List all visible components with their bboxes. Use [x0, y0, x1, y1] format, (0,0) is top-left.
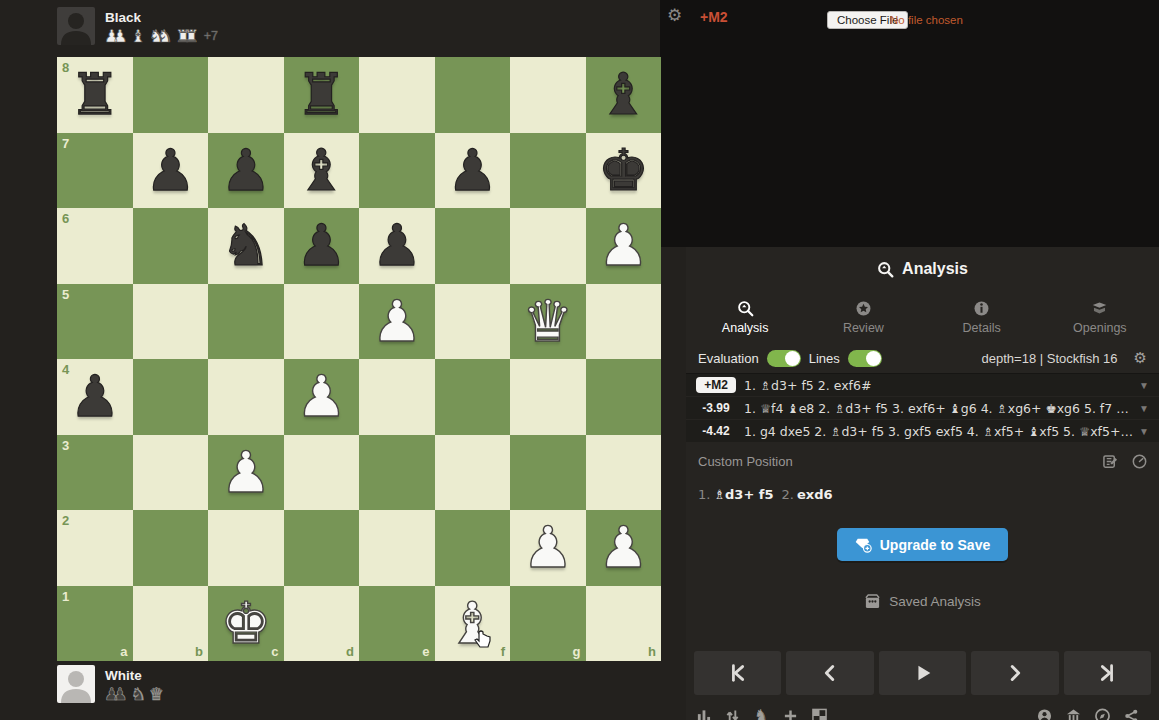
square-c6[interactable]: ♞ [208, 208, 284, 284]
go-to-end-button[interactable] [1064, 651, 1151, 695]
diamond-plus-icon [855, 536, 872, 553]
square-d8[interactable]: ♜ [284, 57, 360, 133]
square-h6[interactable]: ♟ [586, 208, 662, 284]
square-g1[interactable]: g [510, 586, 586, 662]
black-rook[interactable]: ♜ [296, 66, 347, 123]
file-label: b [195, 644, 203, 659]
square-c4[interactable] [208, 359, 284, 435]
reset-clock-icon[interactable] [1132, 454, 1147, 469]
black-captured-pieces: ♟♟♝♞♞♜♜+7 [104, 26, 218, 46]
square-g4[interactable] [510, 359, 586, 435]
step-back-button[interactable] [786, 651, 873, 695]
square-e6[interactable]: ♟ [359, 208, 435, 284]
material-advantage: +7 [204, 29, 218, 43]
chevron-down-icon[interactable]: ▼ [1139, 426, 1149, 437]
top-toolbar: ⚙ +M2 Choose File No file chosen [660, 0, 1159, 33]
tab-review[interactable]: Review [804, 291, 922, 343]
white-avatar[interactable] [57, 665, 95, 703]
square-b3[interactable] [133, 435, 209, 511]
engine-gear-icon[interactable]: ⚙ [1134, 349, 1147, 367]
square-c8[interactable] [208, 57, 284, 133]
square-f2[interactable] [435, 510, 511, 586]
evaluation-toggle[interactable] [767, 350, 801, 367]
add-icon[interactable] [781, 706, 799, 720]
square-e3[interactable] [359, 435, 435, 511]
black-pawn[interactable]: ♟ [447, 142, 498, 199]
rank-label: 4 [62, 362, 69, 377]
white-queen[interactable]: ♛ [522, 293, 573, 350]
black-knight[interactable]: ♞ [220, 217, 271, 274]
square-b1[interactable]: b [133, 586, 209, 662]
square-b6[interactable] [133, 208, 209, 284]
explore-icon[interactable] [1093, 706, 1111, 720]
upgrade-to-save-button[interactable]: Upgrade to Save [837, 528, 1008, 561]
square-d7[interactable]: ♝ [284, 133, 360, 209]
square-e5[interactable]: ♟ [359, 284, 435, 360]
white-pawn[interactable]: ♟ [220, 444, 271, 501]
black-pawn[interactable]: ♟ [296, 217, 347, 274]
share-icon[interactable] [1122, 706, 1140, 720]
chevron-down-icon[interactable]: ▼ [1139, 380, 1149, 391]
chevron-right-icon [1004, 662, 1026, 684]
navigation-controls [694, 651, 1151, 695]
lines-label: Lines [809, 351, 840, 366]
custom-position-row: Custom Position [686, 447, 1159, 475]
square-d6[interactable]: ♟ [284, 208, 360, 284]
square-b8[interactable] [133, 57, 209, 133]
line-moves: 1. ♕f4 ♝e8 2. ♗d3+ f5 3. exf6+ ♝g6 4. ♗x… [744, 401, 1133, 416]
square-e1[interactable]: e [359, 586, 435, 662]
square-b5[interactable] [133, 284, 209, 360]
tab-details[interactable]: Details [923, 291, 1041, 343]
chevron-down-icon[interactable]: ▼ [1139, 403, 1149, 414]
edit-position-icon[interactable] [1103, 454, 1118, 469]
saved-analysis-link[interactable]: Saved Analysis [686, 593, 1159, 610]
file-status-text: No file chosen [890, 14, 963, 26]
square-f8[interactable] [435, 57, 511, 133]
custom-position-label: Custom Position [698, 454, 1103, 469]
black-pawn[interactable]: ♟ [145, 142, 196, 199]
line-moves: 1. g4 dxe5 2. ♗d3+ f5 3. gxf5 exf5 4. ♗x… [744, 424, 1133, 439]
file-label: e [422, 644, 429, 659]
square-e8[interactable] [359, 57, 435, 133]
square-a7[interactable]: 7 [57, 133, 133, 209]
rank-label: 2 [62, 513, 69, 528]
white-pawn[interactable]: ♟ [371, 293, 422, 350]
library-icon[interactable] [1064, 706, 1082, 720]
lines-toggle[interactable] [848, 350, 882, 367]
white-captured-pieces: ♟♟♞♛ [104, 684, 167, 704]
square-g3[interactable] [510, 435, 586, 511]
square-d4[interactable]: ♟ [284, 359, 360, 435]
eval-badge: +M2 [696, 377, 736, 393]
file-label: f [501, 644, 505, 659]
square-d2[interactable] [284, 510, 360, 586]
swap-arrows-icon[interactable] [723, 706, 741, 720]
white-player-name: White [105, 668, 142, 683]
black-player-name: Black [105, 10, 141, 25]
square-c1[interactable]: c♚ [208, 586, 284, 662]
stats-icon[interactable] [694, 706, 712, 720]
square-e7[interactable] [359, 133, 435, 209]
square-f5[interactable] [435, 284, 511, 360]
square-b7[interactable]: ♟ [133, 133, 209, 209]
chess-board[interactable]: 8♜♜♝7♟♟♝♟♚6♞♟♟♟5♟♛4♟♟3♟2♟♟1abc♚def♝gh [57, 57, 661, 661]
file-label: d [346, 644, 354, 659]
square-a1[interactable]: 1a [57, 586, 133, 662]
black-king[interactable]: ♚ [598, 142, 649, 199]
square-b2[interactable] [133, 510, 209, 586]
skip-to-end-icon [1096, 662, 1118, 684]
square-f1[interactable]: f♝ [435, 586, 511, 662]
rank-label: 7 [62, 136, 69, 151]
square-h7[interactable]: ♚ [586, 133, 662, 209]
engine-line-1[interactable]: +M2 1. ♗d3+ f5 2. exf6# ▼ [686, 374, 1159, 397]
square-g8[interactable] [510, 57, 586, 133]
rank-label: 8 [62, 60, 69, 75]
black-pawn[interactable]: ♟ [69, 368, 120, 425]
square-a4[interactable]: 4♟ [57, 359, 133, 435]
white-king[interactable]: ♚ [220, 595, 271, 652]
engine-lines: +M2 1. ♗d3+ f5 2. exf6# ▼ -3.99 1. ♕f4 ♝… [686, 373, 1159, 443]
square-a3[interactable]: 3 [57, 435, 133, 511]
play-button[interactable] [879, 651, 966, 695]
magnifier-icon [877, 261, 894, 278]
white-bishop[interactable]: ♝ [447, 595, 498, 652]
square-d5[interactable] [284, 284, 360, 360]
knight-icon[interactable]: ♞ [752, 706, 770, 720]
black-bishop[interactable]: ♝ [598, 66, 649, 123]
bottom-toolbar: ♞ [694, 706, 1151, 720]
evaluation-label: Evaluation [698, 351, 759, 366]
tab-analysis[interactable]: Analysis [686, 291, 804, 343]
square-g6[interactable] [510, 208, 586, 284]
white-pawn[interactable]: ♟ [598, 519, 649, 576]
panel-header: Analysis [686, 247, 1159, 291]
square-c3[interactable]: ♟ [208, 435, 284, 511]
square-h5[interactable] [586, 284, 662, 360]
square-a8[interactable]: 8♜ [57, 57, 133, 133]
square-d3[interactable] [284, 435, 360, 511]
file-label: h [648, 644, 656, 659]
square-e2[interactable] [359, 510, 435, 586]
square-h2[interactable]: ♟ [586, 510, 662, 586]
square-h1[interactable]: h [586, 586, 662, 662]
rank-label: 5 [62, 287, 69, 302]
square-a5[interactable]: 5 [57, 284, 133, 360]
square-h4[interactable] [586, 359, 662, 435]
square-c2[interactable] [208, 510, 284, 586]
square-g2[interactable]: ♟ [510, 510, 586, 586]
chevron-left-icon [819, 662, 841, 684]
rank-label: 6 [62, 211, 69, 226]
panel-tabs: Analysis Review Details Openings [686, 291, 1159, 343]
square-h8[interactable]: ♝ [586, 57, 662, 133]
book-icon [1091, 300, 1108, 317]
step-forward-button[interactable] [971, 651, 1058, 695]
info-circle-icon [973, 300, 990, 317]
square-g7[interactable] [510, 133, 586, 209]
line-moves: 1. ♗d3+ f5 2. exf6# [744, 378, 1133, 393]
toolbar-spacer [839, 706, 1035, 720]
square-a6[interactable]: 6 [57, 208, 133, 284]
square-d1[interactable]: d [284, 586, 360, 662]
file-label: g [573, 644, 581, 659]
skip-to-start-icon [727, 662, 749, 684]
square-a2[interactable]: 2 [57, 510, 133, 586]
engine-info: depth=18 | Stockfish 16 [982, 351, 1118, 366]
engine-settings-row: Evaluation Lines depth=18 | Stockfish 16… [686, 343, 1159, 373]
move-2-white[interactable]: exd6 [797, 487, 833, 502]
rank-label: 3 [62, 438, 69, 453]
black-rook[interactable]: ♜ [69, 66, 120, 123]
analysis-panel: Analysis Analysis Review Details Opening… [686, 247, 1159, 720]
square-f4[interactable] [435, 359, 511, 435]
black-avatar[interactable] [57, 7, 95, 45]
square-c7[interactable]: ♟ [208, 133, 284, 209]
black-pawn[interactable]: ♟ [371, 217, 422, 274]
star-circle-icon [855, 300, 872, 317]
white-pawn[interactable]: ♟ [598, 217, 649, 274]
square-e4[interactable] [359, 359, 435, 435]
square-f6[interactable] [435, 208, 511, 284]
square-h3[interactable] [586, 435, 662, 511]
tab-openings[interactable]: Openings [1041, 291, 1159, 343]
white-pawn[interactable]: ♟ [296, 368, 347, 425]
board-grid-icon[interactable] [810, 706, 828, 720]
saved-analysis-icon [864, 593, 881, 610]
engine-line-3[interactable]: -4.42 1. g4 dxe5 2. ♗d3+ f5 3. gxf5 exf5… [686, 420, 1159, 443]
rank-label: 1 [62, 589, 69, 604]
square-c5[interactable] [208, 284, 284, 360]
engine-line-2[interactable]: -3.99 1. ♕f4 ♝e8 2. ♗d3+ f5 3. exf6+ ♝g6… [686, 397, 1159, 420]
top-right-zone: ⚙ +M2 Choose File No file chosen [660, 0, 1159, 247]
move-list: 1.♗d3+ f52.exd6 [686, 475, 1159, 514]
square-f3[interactable] [435, 435, 511, 511]
panel-title: Analysis [902, 260, 968, 278]
file-label: a [120, 644, 127, 659]
eval-badge: -3.99 [696, 400, 736, 416]
play-icon [912, 662, 934, 684]
gear-icon[interactable]: ⚙ [667, 5, 682, 26]
mate-indicator: +M2 [700, 9, 728, 25]
magnifier-icon [737, 300, 754, 317]
eval-badge: -4.42 [696, 423, 736, 439]
square-f7[interactable]: ♟ [435, 133, 511, 209]
white-pawn[interactable]: ♟ [522, 519, 573, 576]
black-bishop[interactable]: ♝ [296, 142, 347, 199]
square-b4[interactable] [133, 359, 209, 435]
profile-circle-icon[interactable] [1035, 706, 1053, 720]
black-pawn[interactable]: ♟ [220, 142, 271, 199]
file-label: c [271, 644, 278, 659]
square-g5[interactable]: ♛ [510, 284, 586, 360]
go-to-start-button[interactable] [694, 651, 781, 695]
move-1-white[interactable]: ♗d3+ f5 [713, 487, 773, 502]
